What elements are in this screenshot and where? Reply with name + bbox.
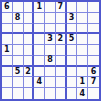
- cell-r6c2[interactable]: [13, 56, 24, 67]
- cell-r6c4[interactable]: [34, 56, 45, 67]
- cell-r2c5[interactable]: [45, 13, 56, 24]
- cell-r8c7[interactable]: [67, 77, 78, 88]
- cell-r4c6: 2: [56, 34, 67, 45]
- cell-r6c6[interactable]: [56, 56, 67, 67]
- cell-r4c4[interactable]: [34, 34, 45, 45]
- cell-r2c8[interactable]: [77, 13, 88, 24]
- cell-r7c2: 5: [13, 67, 24, 78]
- cell-r5c5[interactable]: [45, 45, 56, 56]
- cell-r7c9: 6: [88, 67, 99, 78]
- cell-r1c2[interactable]: [13, 2, 24, 13]
- cell-r4c9[interactable]: [88, 34, 99, 45]
- cell-r1c7[interactable]: [67, 2, 78, 13]
- cell-r3c1[interactable]: [2, 24, 13, 35]
- cell-r9c9[interactable]: [88, 88, 99, 99]
- cell-r2c4[interactable]: [34, 13, 45, 24]
- cell-r9c5[interactable]: [45, 88, 56, 99]
- cell-r8c5[interactable]: [45, 77, 56, 88]
- cell-r6c7[interactable]: [67, 56, 78, 67]
- cell-r4c2[interactable]: [13, 34, 24, 45]
- cell-r4c5: 3: [45, 34, 56, 45]
- cell-r9c4[interactable]: [34, 88, 45, 99]
- cell-r8c1[interactable]: [2, 77, 13, 88]
- cell-r9c2[interactable]: [13, 88, 24, 99]
- cell-r1c5[interactable]: [45, 2, 56, 13]
- cell-r5c3[interactable]: [24, 45, 35, 56]
- cell-r9c1[interactable]: [2, 88, 13, 99]
- cell-r4c7: 5: [67, 34, 78, 45]
- cell-r5c8[interactable]: [77, 45, 88, 56]
- cell-r8c9: 7: [88, 77, 99, 88]
- cell-r7c5[interactable]: [45, 67, 56, 78]
- cell-r7c6[interactable]: [56, 67, 67, 78]
- cell-r5c1: 1: [2, 45, 13, 56]
- cell-r5c9[interactable]: [88, 45, 99, 56]
- cell-r2c3[interactable]: [24, 13, 35, 24]
- cell-r3c6[interactable]: [56, 24, 67, 35]
- cell-r8c4: 4: [34, 77, 45, 88]
- cell-r4c3[interactable]: [24, 34, 35, 45]
- cell-r1c1: 6: [2, 2, 13, 13]
- cell-r1c9[interactable]: [88, 2, 99, 13]
- cell-r2c6[interactable]: [56, 13, 67, 24]
- cell-r3c9[interactable]: [88, 24, 99, 35]
- cell-r3c8[interactable]: [77, 24, 88, 35]
- cell-r7c7[interactable]: [67, 67, 78, 78]
- cell-r8c6[interactable]: [56, 77, 67, 88]
- cell-r8c8: 1: [77, 77, 88, 88]
- cell-r7c8[interactable]: [77, 67, 88, 78]
- cell-r6c9[interactable]: [88, 56, 99, 67]
- cell-r8c3[interactable]: [24, 77, 35, 88]
- cell-r3c7[interactable]: [67, 24, 78, 35]
- cell-r3c3[interactable]: [24, 24, 35, 35]
- cell-r3c4[interactable]: [34, 24, 45, 35]
- cell-r2c9[interactable]: [88, 13, 99, 24]
- cell-r3c5[interactable]: [45, 24, 56, 35]
- cell-r6c3[interactable]: [24, 56, 35, 67]
- cell-r9c8: 4: [77, 88, 88, 99]
- cell-r2c7: 3: [67, 13, 78, 24]
- sudoku-board: 61783325185264174: [0, 0, 101, 101]
- cell-r5c6[interactable]: [56, 45, 67, 56]
- cell-r9c3[interactable]: [24, 88, 35, 99]
- cell-r5c4[interactable]: [34, 45, 45, 56]
- cell-r9c7[interactable]: [67, 88, 78, 99]
- cell-r2c1[interactable]: [2, 13, 13, 24]
- cell-r7c3: 2: [24, 67, 35, 78]
- cell-r6c1[interactable]: [2, 56, 13, 67]
- cell-r1c3[interactable]: [24, 2, 35, 13]
- cell-r7c4[interactable]: [34, 67, 45, 78]
- cell-r6c5: 8: [45, 56, 56, 67]
- cell-r5c7[interactable]: [67, 45, 78, 56]
- cell-r4c8[interactable]: [77, 34, 88, 45]
- cell-r1c4: 1: [34, 2, 45, 13]
- cell-r1c8[interactable]: [77, 2, 88, 13]
- cell-r4c1[interactable]: [2, 34, 13, 45]
- cell-r7c1[interactable]: [2, 67, 13, 78]
- cell-r5c2[interactable]: [13, 45, 24, 56]
- cell-r2c2: 8: [13, 13, 24, 24]
- cell-r9c6[interactable]: [56, 88, 67, 99]
- cell-r6c8[interactable]: [77, 56, 88, 67]
- cell-r8c2[interactable]: [13, 77, 24, 88]
- cell-r1c6: 7: [56, 2, 67, 13]
- cell-r3c2[interactable]: [13, 24, 24, 35]
